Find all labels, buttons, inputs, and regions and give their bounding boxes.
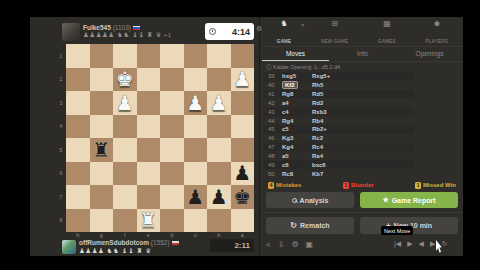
- black-pawn[interactable]: ♟: [210, 187, 228, 207]
- square-a1[interactable]: [231, 44, 255, 68]
- square-e5[interactable]: [137, 138, 161, 162]
- move-number: 48: [268, 153, 282, 159]
- divider: [262, 212, 463, 213]
- avatar[interactable]: [62, 23, 80, 41]
- square-h7[interactable]: [66, 185, 90, 209]
- board-icon[interactable]: ▣: [306, 240, 314, 249]
- moves-info-openings-tabs: MovesInfoOpenings: [262, 47, 463, 61]
- move-row: 39hxg5Rxg5+: [264, 72, 414, 81]
- square-e1[interactable]: [137, 44, 161, 68]
- square-c7[interactable]: ♟: [184, 185, 208, 209]
- white-rook[interactable]: ♜: [139, 210, 157, 230]
- square-b8[interactable]: [207, 209, 231, 233]
- play-button[interactable]: ▶: [407, 240, 412, 248]
- game-report-button[interactable]: ★ Game Report: [360, 192, 458, 208]
- square-a3[interactable]: [231, 91, 255, 115]
- move-number: 43: [268, 109, 282, 115]
- square-g8[interactable]: [90, 209, 114, 233]
- captured-pieces: ♟♟♟♟♟ ♞♞ ♝♝ ♜ ♛+1: [83, 31, 172, 39]
- badge-label: Missed Win: [423, 182, 456, 188]
- white-pawn[interactable]: ♟: [186, 93, 204, 113]
- square-b5[interactable]: [207, 138, 231, 162]
- rank-label: 5: [56, 138, 66, 162]
- next-move-button[interactable]: ▶: [430, 240, 435, 248]
- analysis-button[interactable]: Analysis: [266, 192, 354, 208]
- square-g7[interactable]: [90, 185, 114, 209]
- square-f3[interactable]: ♟: [113, 91, 137, 115]
- flag-icon: [172, 241, 179, 245]
- black-move[interactable]: Rc2: [312, 135, 342, 141]
- close-game-tab-icon[interactable]: ×: [301, 22, 305, 28]
- square-d2[interactable]: [160, 68, 184, 92]
- square-b2[interactable]: [207, 68, 231, 92]
- white-move[interactable]: c5: [282, 126, 312, 132]
- player-name[interactable]: offRumenSdubdotcom (1552): [79, 239, 179, 246]
- square-h2[interactable]: [66, 68, 90, 92]
- move-number: 49: [268, 162, 282, 168]
- white-king[interactable]: ♚: [116, 69, 134, 89]
- player-rating: (1552): [151, 239, 170, 246]
- nav-tab-players[interactable]: ☻Players: [426, 20, 449, 46]
- square-g3[interactable]: [90, 91, 114, 115]
- tab-info[interactable]: Info: [329, 47, 396, 61]
- material-advantage: +1: [164, 32, 172, 38]
- avatar[interactable]: [62, 240, 76, 254]
- black-move[interactable]: Rd5: [312, 91, 342, 97]
- square-h3[interactable]: [66, 91, 90, 115]
- white-move[interactable]: Kf2: [282, 82, 312, 88]
- black-move[interactable]: Rb2+: [312, 126, 342, 132]
- white-move[interactable]: c6: [282, 162, 312, 168]
- rank-coordinates: 12345678: [56, 44, 66, 232]
- square-h8[interactable]: [66, 209, 90, 233]
- nav-tab-label: Players: [426, 39, 449, 44]
- move-row: 40Kf2Rh5: [264, 81, 414, 90]
- square-g2[interactable]: [90, 68, 114, 92]
- black-move[interactable]: bxc6: [312, 162, 342, 168]
- square-a8[interactable]: [231, 209, 255, 233]
- white-move[interactable]: a5: [282, 153, 312, 159]
- square-h4[interactable]: [66, 115, 90, 139]
- square-e7[interactable]: [137, 185, 161, 209]
- square-d5[interactable]: [160, 138, 184, 162]
- rematch-icon: ↻: [290, 221, 297, 230]
- square-b3[interactable]: ♟: [207, 91, 231, 115]
- move-number: 40: [268, 82, 282, 88]
- captured-pieces: ♟♟♟♟ ♞♞ ♝♝ ♜ ♛: [79, 247, 179, 254]
- square-g5[interactable]: ♜: [90, 138, 114, 162]
- move-row: 50Rc8Kb7: [264, 169, 414, 178]
- first-move-button[interactable]: |◀: [394, 240, 401, 248]
- game-report-badges: 4Mistakes1Blunder1Missed Win: [264, 179, 460, 191]
- nav-tab-games[interactable]: ▦Games: [378, 20, 396, 46]
- rank-label: 2: [56, 68, 66, 92]
- square-c6[interactable]: [184, 162, 208, 186]
- new-game-icon: ⊞: [321, 20, 348, 29]
- download-icon[interactable]: ⇩: [278, 240, 285, 249]
- square-c5[interactable]: [184, 138, 208, 162]
- settings-icon[interactable]: ⚙: [291, 240, 298, 249]
- move-number: 45: [268, 126, 282, 132]
- square-h6[interactable]: [66, 162, 90, 186]
- black-move[interactable]: Rd2: [312, 100, 342, 106]
- white-move[interactable]: c4: [282, 109, 312, 115]
- black-pawn[interactable]: ♟: [186, 187, 204, 207]
- move-row: 41Rg8Rd5: [264, 90, 414, 99]
- square-f4[interactable]: [113, 115, 137, 139]
- divider: [262, 61, 463, 62]
- players-icon: ☻: [426, 20, 449, 29]
- top-player-clock: 4:14: [205, 23, 254, 40]
- move-row: 45c5Rb2+: [264, 125, 414, 134]
- black-move[interactable]: Rb4: [312, 118, 342, 124]
- move-number: 44: [268, 118, 282, 124]
- nav-tab-game[interactable]: ♞Game: [277, 20, 291, 46]
- square-c4[interactable]: [184, 115, 208, 139]
- black-pawn[interactable]: ♟: [233, 163, 251, 183]
- badge-count: 1: [415, 182, 421, 189]
- square-b7[interactable]: ♟: [207, 185, 231, 209]
- white-move[interactable]: Kg4: [282, 144, 312, 150]
- square-c2[interactable]: [184, 68, 208, 92]
- square-f6[interactable]: [113, 162, 137, 186]
- square-d1[interactable]: [160, 44, 184, 68]
- knight-icon: ♞: [277, 20, 291, 29]
- rank-label: 8: [56, 209, 66, 233]
- square-f7[interactable]: [113, 185, 137, 209]
- square-d4[interactable]: [160, 115, 184, 139]
- rank-label: 4: [56, 115, 66, 139]
- white-move[interactable]: hxg5: [282, 73, 312, 79]
- magnifier-icon: [292, 198, 297, 203]
- white-move[interactable]: Rg8: [282, 91, 312, 97]
- square-h5[interactable]: [66, 138, 90, 162]
- square-a7[interactable]: ♚: [231, 185, 255, 209]
- move-row: 48a5Ra4: [264, 151, 414, 160]
- tab-openings[interactable]: Openings: [396, 47, 463, 61]
- square-f5[interactable]: [113, 138, 137, 162]
- move-number: 41: [268, 91, 282, 97]
- square-d7[interactable]: [160, 185, 184, 209]
- square-b4[interactable]: [207, 115, 231, 139]
- bottom-player-clock: 2:11: [210, 239, 254, 252]
- white-pawn[interactable]: ♟: [233, 69, 251, 89]
- player-name[interactable]: Fulke545 (1103): [83, 24, 172, 31]
- square-b1[interactable]: [207, 44, 231, 68]
- nav-tab-label: Games: [378, 39, 396, 44]
- move-number: 39: [268, 73, 282, 79]
- move-row: 46Kg3Rc2: [264, 134, 414, 143]
- selected-move[interactable]: Kf2: [282, 81, 298, 89]
- badge-count: 4: [268, 182, 274, 189]
- black-move[interactable]: Rc4: [312, 144, 342, 150]
- previous-move-button[interactable]: ◀: [419, 240, 424, 248]
- black-king[interactable]: ♚: [233, 187, 251, 207]
- move-number: 46: [268, 135, 282, 141]
- next-move-tooltip: Next Move: [381, 226, 413, 235]
- white-move[interactable]: Kg3: [282, 135, 312, 141]
- square-c3[interactable]: ♟: [184, 91, 208, 115]
- white-move[interactable]: Rg4: [282, 118, 312, 124]
- black-move[interactable]: Rxb3: [312, 109, 342, 115]
- black-move[interactable]: Rh5: [312, 82, 342, 88]
- badge-count: 1: [343, 182, 349, 189]
- nav-tab-label: New Game: [321, 39, 348, 44]
- black-move[interactable]: Ra4: [312, 153, 342, 159]
- games-icon: ▦: [378, 20, 396, 29]
- clock-icon: [209, 28, 216, 35]
- black-rook[interactable]: ♜: [92, 140, 110, 160]
- square-d3[interactable]: [160, 91, 184, 115]
- square-b6[interactable]: [207, 162, 231, 186]
- square-g6[interactable]: [90, 162, 114, 186]
- square-f2[interactable]: ♚: [113, 68, 137, 92]
- move-row: 49c6bxc6: [264, 160, 414, 169]
- white-pawn[interactable]: ♟: [116, 93, 134, 113]
- square-e3[interactable]: [137, 91, 161, 115]
- report-icon: ★: [382, 196, 388, 204]
- move-list: 39hxg5Rxg5+40Kf2Rh541Rg8Rd542a4Rd243c4Rx…: [264, 72, 414, 178]
- nav-tab-new-game[interactable]: ⊞New Game: [321, 20, 348, 46]
- move-row: 42a4Rd2: [264, 98, 414, 107]
- white-pawn[interactable]: ♟: [210, 93, 228, 113]
- square-f8[interactable]: [113, 209, 137, 233]
- square-a5[interactable]: [231, 138, 255, 162]
- square-d6[interactable]: [160, 162, 184, 186]
- rank-label: 1: [56, 44, 66, 68]
- square-c8[interactable]: [184, 209, 208, 233]
- tab-moves[interactable]: Moves: [262, 47, 329, 61]
- footer-actions: <⇩⚙▣: [266, 240, 313, 249]
- square-h1[interactable]: [66, 44, 90, 68]
- square-a4[interactable]: [231, 115, 255, 139]
- move-row: 44Rg4Rb4: [264, 116, 414, 125]
- panel-divider: [259, 17, 260, 256]
- rank-label: 6: [56, 162, 66, 186]
- black-move[interactable]: Kb7: [312, 171, 342, 177]
- square-e2[interactable]: [137, 68, 161, 92]
- badge-mistakes[interactable]: 4Mistakes: [268, 182, 301, 189]
- share-icon[interactable]: <: [266, 240, 271, 249]
- move-number: 50: [268, 171, 282, 177]
- move-row: 47Kg4Rc4: [264, 143, 414, 152]
- player-rating: (1103): [113, 24, 131, 31]
- move-row: 43c4Rxb3: [264, 107, 414, 116]
- square-a2[interactable]: ♟: [231, 68, 255, 92]
- flag-icon: [133, 26, 140, 30]
- move-number: 42: [268, 100, 282, 106]
- square-e4[interactable]: [137, 115, 161, 139]
- square-d8[interactable]: [160, 209, 184, 233]
- square-c1[interactable]: [184, 44, 208, 68]
- badge-blunder[interactable]: 1Blunder: [343, 182, 374, 189]
- black-move[interactable]: Rxg5+: [312, 73, 342, 79]
- white-move[interactable]: a4: [282, 100, 312, 106]
- panel-nav-tabs: ♞Game⊞New Game▦Games☻Players: [262, 21, 463, 46]
- square-g1[interactable]: [90, 44, 114, 68]
- white-move[interactable]: Rc8: [282, 171, 312, 177]
- chess-board[interactable]: ♚♟♟♟♟♜♟♟♟♚♜: [66, 44, 254, 232]
- move-number: 47: [268, 144, 282, 150]
- square-f1[interactable]: [113, 44, 137, 68]
- square-e8[interactable]: ♜: [137, 209, 161, 233]
- rank-label: 3: [56, 91, 66, 115]
- opening-name[interactable]: ⓘ Kádas Opening: 1...d5 2.d4: [266, 64, 456, 71]
- nav-tab-label: Game: [277, 39, 291, 44]
- badge-label: Mistakes: [276, 182, 301, 188]
- rank-label: 7: [56, 185, 66, 209]
- square-a6[interactable]: ♟: [231, 162, 255, 186]
- flip-board-button[interactable]: ↻: [441, 240, 447, 248]
- square-e6[interactable]: [137, 162, 161, 186]
- square-g4[interactable]: [90, 115, 114, 139]
- badge-missed-win[interactable]: 1Missed Win: [415, 182, 456, 189]
- badge-label: Blunder: [351, 182, 374, 188]
- rematch-button[interactable]: ↻ Rematch: [266, 217, 354, 234]
